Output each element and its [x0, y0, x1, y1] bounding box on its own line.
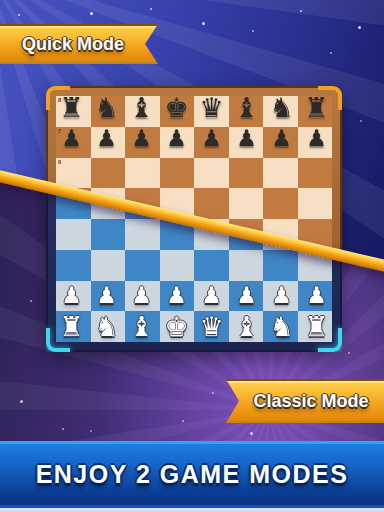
footer-text: ENJOY 2 GAME MODES [36, 460, 349, 489]
square-a4[interactable] [56, 219, 91, 250]
quick-mode-label: Quick Mode [22, 34, 124, 55]
square-g8[interactable] [263, 96, 298, 127]
square-e1[interactable] [194, 311, 229, 342]
square-e6[interactable] [194, 158, 229, 189]
sparkle-dot [150, 8, 152, 10]
quick-mode-banner: Quick Mode [0, 24, 158, 64]
square-g5[interactable] [263, 188, 298, 219]
footer-band: ENJOY 2 GAME MODES [0, 441, 384, 512]
square-e7[interactable] [194, 127, 229, 158]
square-d6[interactable] [160, 158, 195, 189]
sparkle-dot [348, 352, 350, 354]
square-d7[interactable] [160, 127, 195, 158]
square-g1[interactable] [263, 311, 298, 342]
sparkle-dot [20, 400, 23, 403]
square-g3[interactable] [263, 250, 298, 281]
sparkle-dot [252, 30, 254, 32]
square-c8[interactable] [125, 96, 160, 127]
sparkle-dot [62, 428, 64, 430]
square-g2[interactable] [263, 281, 298, 312]
square-c2[interactable] [125, 281, 160, 312]
square-a7[interactable]: 7 [56, 127, 91, 158]
square-h7[interactable] [298, 127, 333, 158]
sparkle-dot [90, 12, 93, 15]
sparkle-dot [300, 10, 302, 12]
square-b4[interactable] [91, 219, 126, 250]
rank-label: 6 [58, 159, 61, 165]
square-h2[interactable] [298, 281, 333, 312]
square-b1[interactable] [91, 311, 126, 342]
square-c1[interactable] [125, 311, 160, 342]
square-b6[interactable] [91, 158, 126, 189]
rank-label: 7 [58, 128, 61, 134]
square-f3[interactable] [229, 250, 264, 281]
square-h6[interactable] [298, 158, 333, 189]
sparkle-dot [90, 430, 92, 432]
sparkle-dot [250, 432, 253, 435]
square-d8[interactable] [160, 96, 195, 127]
classic-mode-label: Classic Mode [253, 391, 368, 412]
square-g6[interactable] [263, 158, 298, 189]
corner-accent-icon [318, 328, 342, 352]
square-c4[interactable] [125, 219, 160, 250]
square-g7[interactable] [263, 127, 298, 158]
corner-accent-icon [318, 86, 342, 110]
promo-screenshot: 876 ♜♞♝♚♛♝♞♜♟♟♟♟♟♟♟♟♟♟♟♟♟♟♟♟♜♞♝♚♛♝♞♜ Qui… [0, 0, 384, 512]
sparkle-dot [202, 22, 205, 25]
square-c6[interactable] [125, 158, 160, 189]
square-f7[interactable] [229, 127, 264, 158]
sparkle-dot [212, 392, 214, 394]
square-f5[interactable] [229, 188, 264, 219]
corner-accent-icon [46, 328, 70, 352]
square-h5[interactable] [298, 188, 333, 219]
sparkle-dot [30, 300, 32, 302]
square-d3[interactable] [160, 250, 195, 281]
classic-mode-banner: Classic Mode [226, 379, 384, 423]
square-f6[interactable] [229, 158, 264, 189]
sparkle-dot [358, 26, 361, 29]
square-c7[interactable] [125, 127, 160, 158]
square-f1[interactable] [229, 311, 264, 342]
square-e2[interactable] [194, 281, 229, 312]
square-c3[interactable] [125, 250, 160, 281]
square-a2[interactable] [56, 281, 91, 312]
square-a3[interactable] [56, 250, 91, 281]
square-f2[interactable] [229, 281, 264, 312]
square-b7[interactable] [91, 127, 126, 158]
sparkle-dot [330, 52, 332, 54]
sparkle-dot [182, 420, 184, 422]
sparkle-dot [18, 14, 20, 16]
square-e8[interactable] [194, 96, 229, 127]
square-d1[interactable] [160, 311, 195, 342]
sparkle-dot [360, 120, 362, 122]
square-f8[interactable] [229, 96, 264, 127]
square-d2[interactable] [160, 281, 195, 312]
square-b8[interactable] [91, 96, 126, 127]
square-e3[interactable] [194, 250, 229, 281]
square-b3[interactable] [91, 250, 126, 281]
square-b2[interactable] [91, 281, 126, 312]
corner-accent-icon [46, 86, 70, 110]
square-e5[interactable] [194, 188, 229, 219]
